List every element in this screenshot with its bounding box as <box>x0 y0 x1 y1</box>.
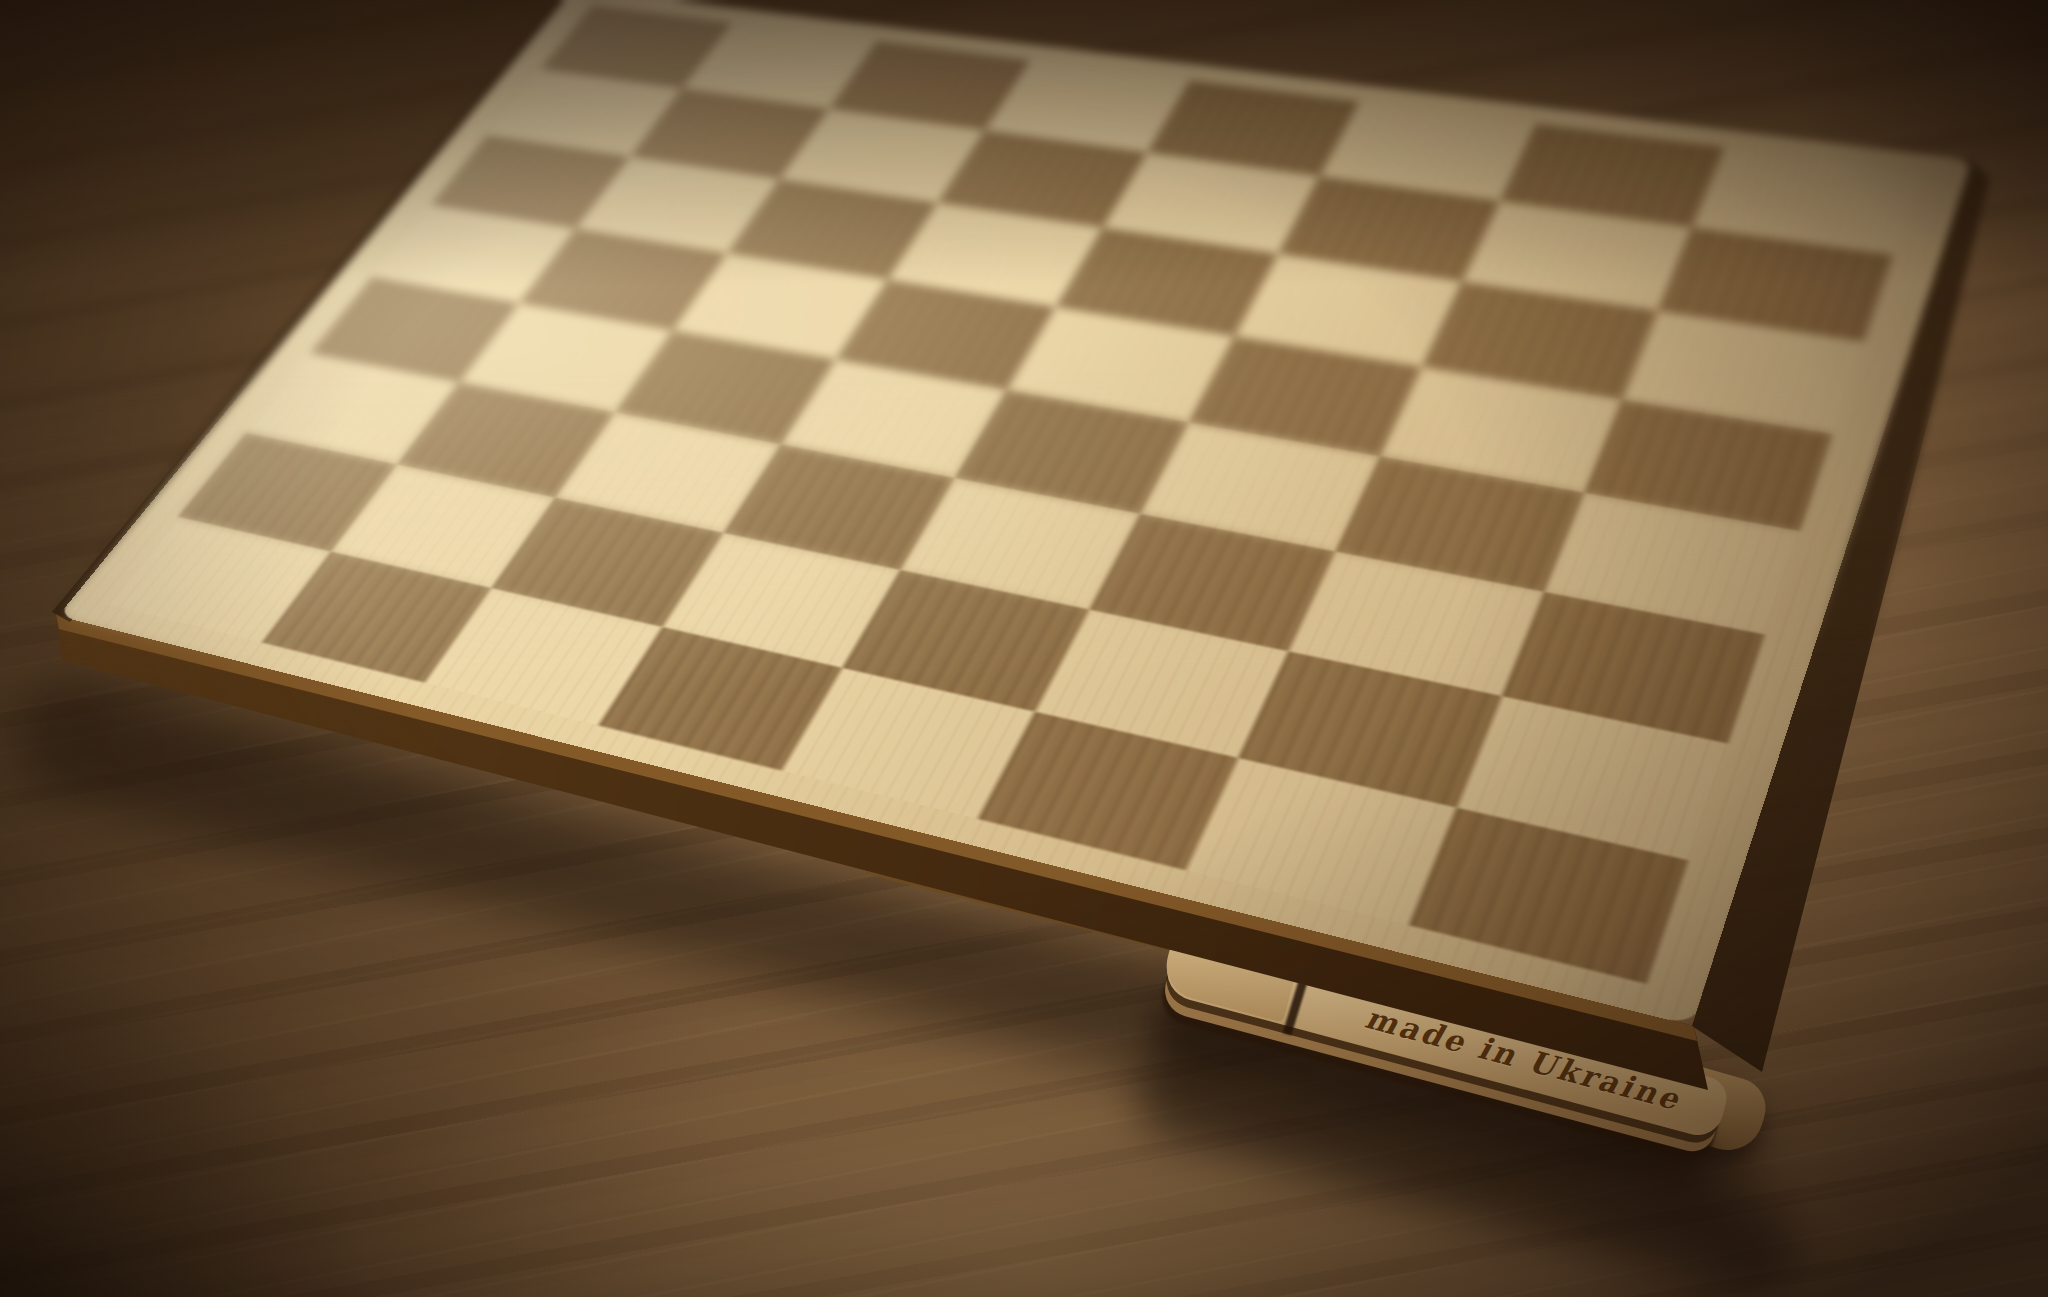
photo-scene: made in Ukraine <box>0 0 2048 1297</box>
